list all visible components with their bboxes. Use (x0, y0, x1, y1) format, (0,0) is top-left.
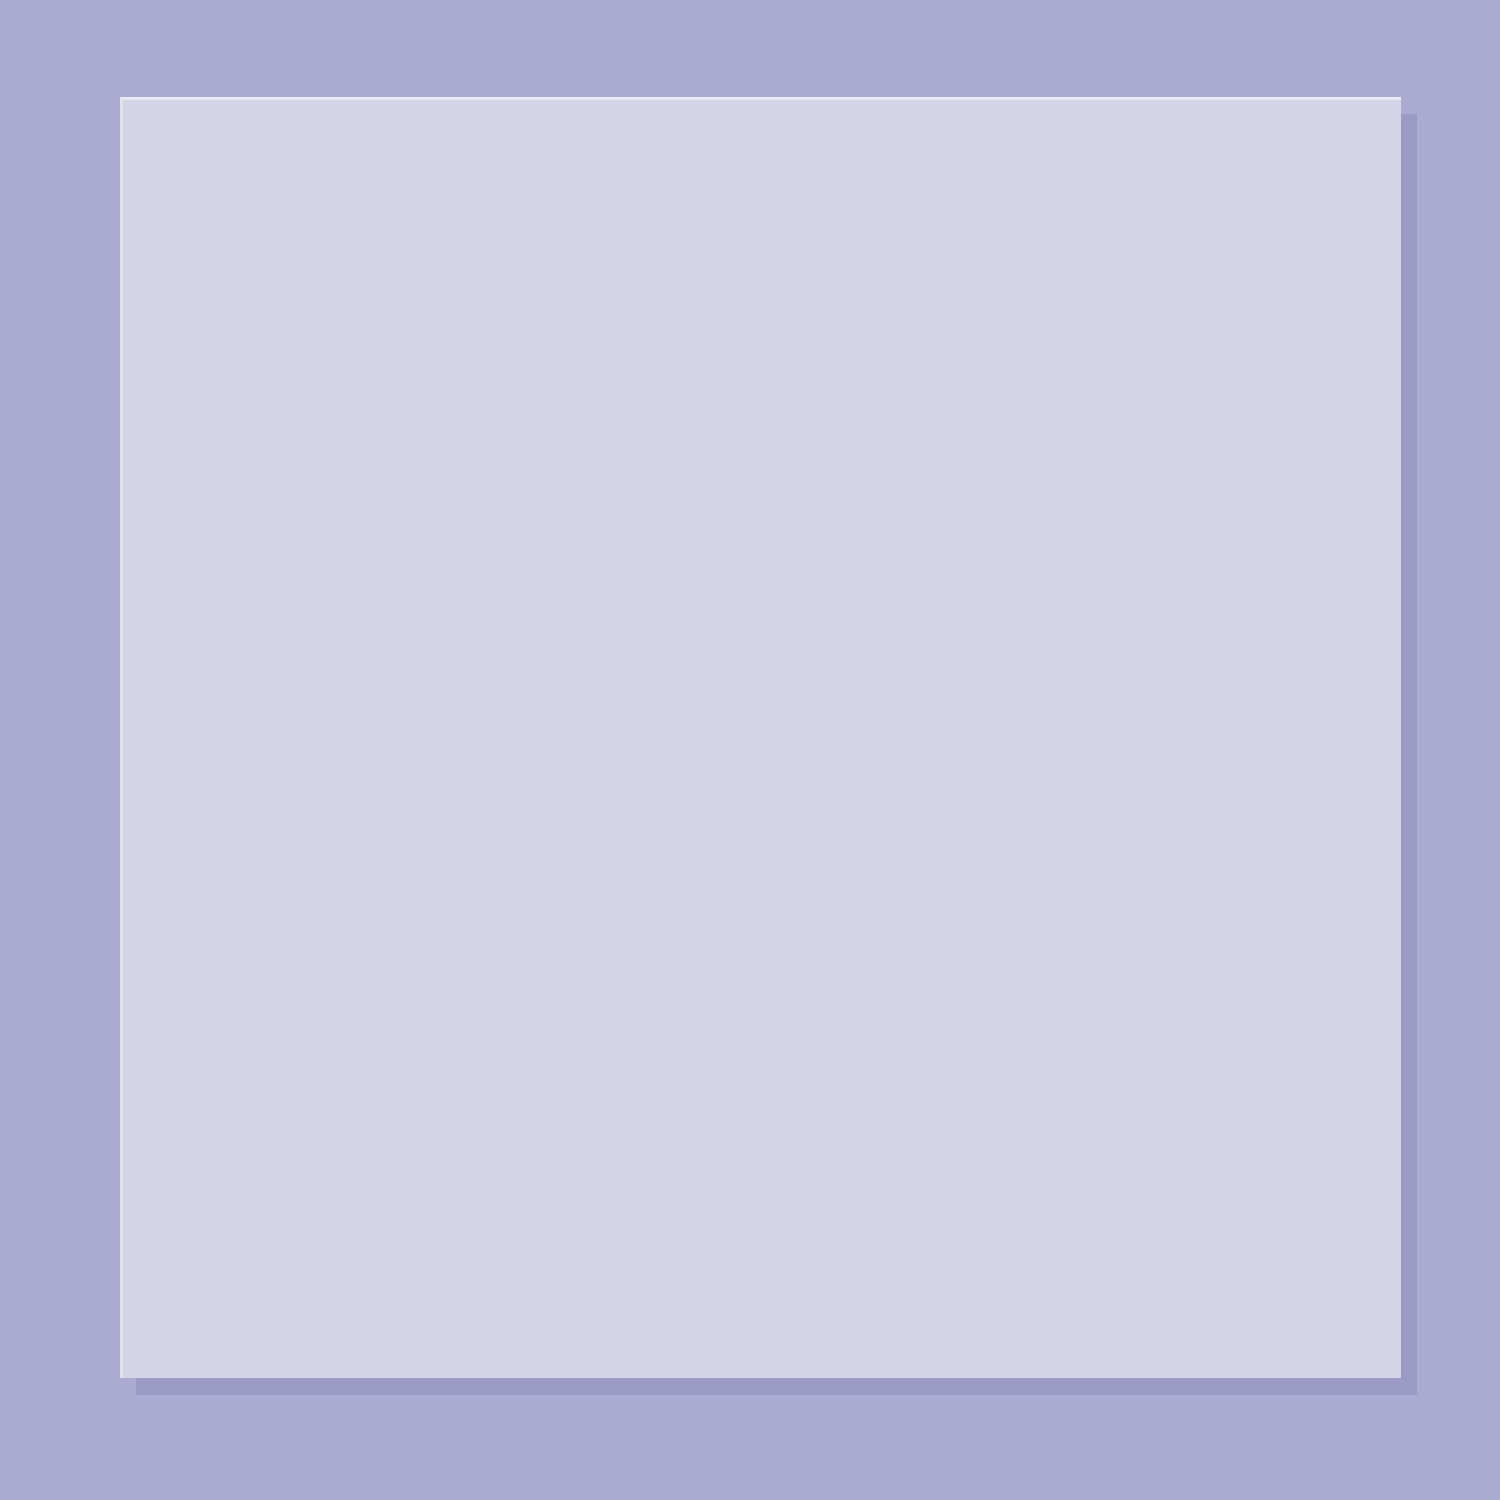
chess-board (134, 111, 1390, 1367)
board-frame (120, 97, 1401, 1378)
page: { "game": "chess", "position": { "fen_pi… (0, 0, 1500, 1500)
